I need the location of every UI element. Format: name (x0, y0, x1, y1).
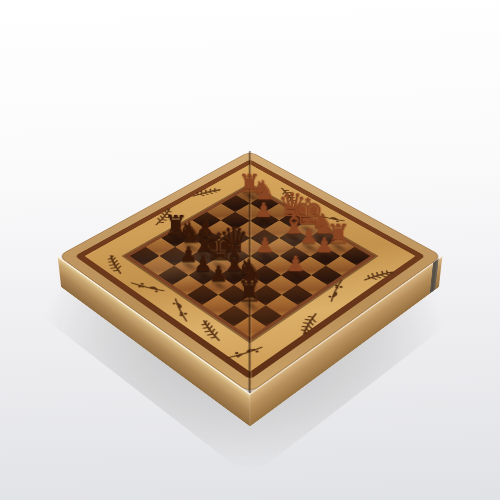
fern-inlay-icon (99, 254, 132, 275)
black-rook-icon: ♜ (222, 277, 277, 306)
photo-frame: ♜♞♛♟♚♞♝♟♜♜♟♞♟♟♛♝♚♟♟♝♟♞♟♜ (0, 0, 500, 500)
fern-inlay-icon (362, 265, 396, 287)
vine-inlay-icon (128, 274, 167, 299)
perspective-scene: ♜♞♛♟♚♞♝♟♜♜♟♞♟♟♛♝♚♟♟♝♟♞♟♜ (0, 0, 500, 500)
white-pawn-icon: ♟ (269, 254, 322, 275)
fern-inlay-icon (291, 312, 327, 336)
vine-inlay-icon (161, 297, 201, 324)
fern-inlay-icon (192, 319, 229, 343)
vine-inlay-icon (225, 345, 263, 360)
